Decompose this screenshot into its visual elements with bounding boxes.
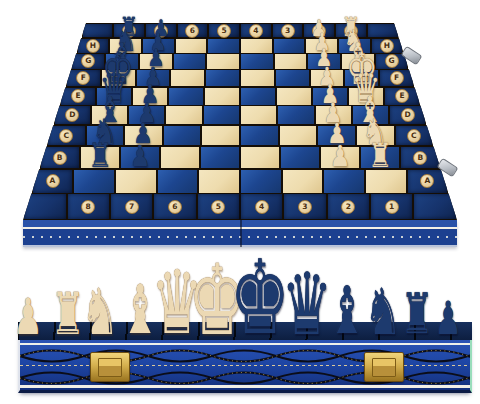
lineup-piece-white-pawn: ♟ — [13, 292, 43, 342]
piece-white-pawn-a2: ♟ — [330, 142, 351, 171]
lineup-piece-blue-rook: ♜ — [400, 286, 433, 342]
lineup-piece-blue-knight: ♞ — [364, 280, 402, 344]
piece-blue-rook-a8: ♜ — [88, 138, 112, 171]
lineup-piece-white-knight: ♞ — [81, 280, 119, 344]
lineup-piece-blue-pawn: ♟ — [434, 295, 461, 341]
piece-blue-pawn-a7: ♟ — [129, 142, 150, 171]
lineup-piece-blue-bishop: ♝ — [327, 278, 366, 344]
open-board-photo: 87654321HHGGFFEEDDCCBBAA87654321 ♜♟♟♜♞♟♟… — [0, 0, 480, 250]
closed-box-photo: ♟♜♞♝♛♚♚♛♝♞♜♟ — [0, 250, 480, 404]
lineup-piece-blue-queen: ♛ — [282, 261, 333, 347]
piece-white-rook-a1: ♜ — [368, 138, 392, 171]
board-pieces-layer: ♜♟♟♜♞♟♟♞♝♟♟♝♚♟♟♚♛♟♟♛♝♟♟♝♞♟♟♞♜♟♟♜ — [0, 0, 480, 250]
lineup-piece-white-rook: ♜ — [51, 285, 85, 343]
product-photo: 87654321HHGGFFEEDDCCBBAA87654321 ♜♟♟♜♞♟♟… — [0, 0, 480, 404]
piece-lineup: ♟♜♞♝♛♚♚♛♝♞♜♟ — [0, 250, 480, 404]
